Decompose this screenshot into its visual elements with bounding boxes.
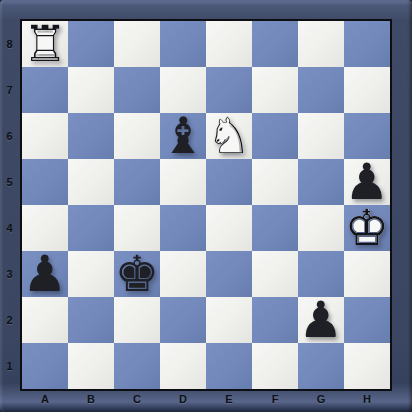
square-f2[interactable] — [252, 297, 298, 343]
square-c7[interactable] — [114, 67, 160, 113]
file-label-h: H — [344, 391, 390, 407]
square-h8[interactable] — [344, 21, 390, 67]
square-e3[interactable] — [206, 251, 252, 297]
square-b7[interactable] — [68, 67, 114, 113]
square-f5[interactable] — [252, 159, 298, 205]
rank-label-6: 6 — [0, 113, 19, 159]
square-d4[interactable] — [160, 205, 206, 251]
square-b8[interactable] — [68, 21, 114, 67]
square-f6[interactable] — [252, 113, 298, 159]
black-pawn-glyph: ♟ — [22, 251, 68, 297]
black-pawn-glyph: ♟ — [298, 297, 344, 343]
file-label-b: B — [68, 391, 114, 407]
square-b5[interactable] — [68, 159, 114, 205]
square-g4[interactable] — [298, 205, 344, 251]
file-label-a: A — [22, 391, 68, 407]
square-d8[interactable] — [160, 21, 206, 67]
square-h4[interactable]: ♚♔ — [344, 205, 390, 251]
square-d2[interactable] — [160, 297, 206, 343]
square-c5[interactable] — [114, 159, 160, 205]
square-h1[interactable] — [344, 343, 390, 389]
file-label-f: F — [252, 391, 298, 407]
square-g7[interactable] — [298, 67, 344, 113]
rank-label-1: 1 — [0, 343, 19, 389]
square-a7[interactable] — [22, 67, 68, 113]
rank-label-5: 5 — [0, 159, 19, 205]
square-e6[interactable]: ♞♘ — [206, 113, 252, 159]
rank-label-7: 7 — [0, 67, 19, 113]
piece-white-rook-a8[interactable]: ♜♖ — [22, 21, 68, 67]
square-e2[interactable] — [206, 297, 252, 343]
square-b6[interactable] — [68, 113, 114, 159]
piece-white-king-h4[interactable]: ♚♔ — [344, 205, 390, 251]
black-king-glyph: ♚ — [114, 251, 160, 297]
square-c1[interactable] — [114, 343, 160, 389]
file-label-e: E — [206, 391, 252, 407]
rank-label-8: 8 — [0, 21, 19, 67]
square-g8[interactable] — [298, 21, 344, 67]
file-label-g: G — [298, 391, 344, 407]
square-c2[interactable] — [114, 297, 160, 343]
square-g5[interactable] — [298, 159, 344, 205]
square-d5[interactable] — [160, 159, 206, 205]
square-h7[interactable] — [344, 67, 390, 113]
square-c6[interactable] — [114, 113, 160, 159]
rank-label-4: 4 — [0, 205, 19, 251]
file-label-c: C — [114, 391, 160, 407]
square-d3[interactable] — [160, 251, 206, 297]
white-knight-outline-glyph: ♘ — [206, 113, 252, 159]
chess-board-frame: 87654321 ABCDEFGH ♜♖♝♞♘♟♚♔♟♚♟ — [0, 0, 412, 412]
black-bishop-glyph: ♝ — [160, 113, 206, 159]
square-f7[interactable] — [252, 67, 298, 113]
square-d1[interactable] — [160, 343, 206, 389]
square-b2[interactable] — [68, 297, 114, 343]
square-h2[interactable] — [344, 297, 390, 343]
square-e1[interactable] — [206, 343, 252, 389]
file-label-d: D — [160, 391, 206, 407]
white-rook-outline-glyph: ♖ — [22, 21, 68, 67]
rank-label-3: 3 — [0, 251, 19, 297]
square-f3[interactable] — [252, 251, 298, 297]
square-a2[interactable] — [22, 297, 68, 343]
square-c8[interactable] — [114, 21, 160, 67]
piece-black-bishop-d6[interactable]: ♝ — [160, 113, 206, 159]
square-b4[interactable] — [68, 205, 114, 251]
board-grid: ♜♖♝♞♘♟♚♔♟♚♟ — [20, 19, 392, 391]
white-king-outline-glyph: ♔ — [344, 205, 390, 251]
square-b1[interactable] — [68, 343, 114, 389]
square-a3[interactable]: ♟ — [22, 251, 68, 297]
square-e5[interactable] — [206, 159, 252, 205]
piece-black-pawn-g2[interactable]: ♟ — [298, 297, 344, 343]
square-g6[interactable] — [298, 113, 344, 159]
square-a8[interactable]: ♜♖ — [22, 21, 68, 67]
square-b3[interactable] — [68, 251, 114, 297]
square-a6[interactable] — [22, 113, 68, 159]
square-e4[interactable] — [206, 205, 252, 251]
square-h3[interactable] — [344, 251, 390, 297]
piece-white-knight-e6[interactable]: ♞♘ — [206, 113, 252, 159]
square-f4[interactable] — [252, 205, 298, 251]
square-g1[interactable] — [298, 343, 344, 389]
square-d6[interactable]: ♝ — [160, 113, 206, 159]
square-e8[interactable] — [206, 21, 252, 67]
square-c3[interactable]: ♚ — [114, 251, 160, 297]
square-g2[interactable]: ♟ — [298, 297, 344, 343]
square-f8[interactable] — [252, 21, 298, 67]
square-f1[interactable] — [252, 343, 298, 389]
piece-black-king-c3[interactable]: ♚ — [114, 251, 160, 297]
square-a5[interactable] — [22, 159, 68, 205]
piece-black-pawn-a3[interactable]: ♟ — [22, 251, 68, 297]
rank-label-2: 2 — [0, 297, 19, 343]
square-a1[interactable] — [22, 343, 68, 389]
